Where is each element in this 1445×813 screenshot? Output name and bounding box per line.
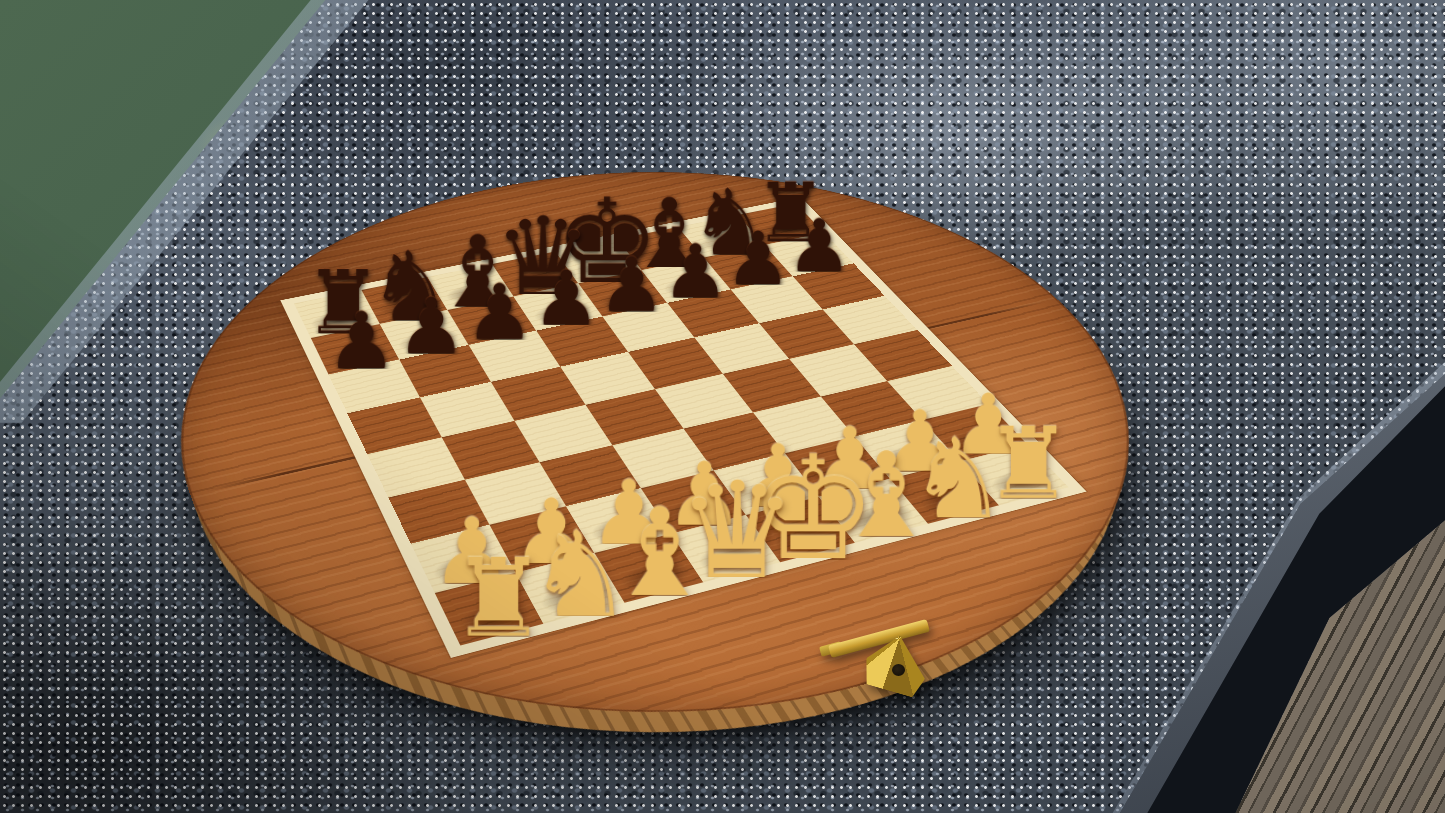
board-rim: ♜♞♝♛♚♝♞♜♟♟♟♟♟♟♟♟♟♟♟♟♟♟♟♟♜♞♝♛♚♝♞♜ bbox=[108, 119, 1333, 813]
board-border: ♜♞♝♛♚♝♞♜♟♟♟♟♟♟♟♟♟♟♟♟♟♟♟♟♜♞♝♛♚♝♞♜ bbox=[280, 197, 1086, 658]
latch-hole-icon bbox=[892, 664, 905, 676]
board-grid: ♜♞♝♛♚♝♞♜♟♟♟♟♟♟♟♟♟♟♟♟♟♟♟♟♜♞♝♛♚♝♞♜ bbox=[294, 203, 1068, 645]
chess-board: ♜♞♝♛♚♝♞♜♟♟♟♟♟♟♟♟♟♟♟♟♟♟♟♟♜♞♝♛♚♝♞♜ bbox=[108, 119, 1333, 813]
brass-latch[interactable] bbox=[826, 602, 956, 702]
photo-scene: ♜♞♝♛♚♝♞♜♟♟♟♟♟♟♟♟♟♟♟♟♟♟♟♟♜♞♝♛♚♝♞♜ bbox=[0, 0, 1445, 813]
square-a1[interactable]: ♜ bbox=[435, 573, 544, 646]
board-perspective-scene: ♜♞♝♛♚♝♞♜♟♟♟♟♟♟♟♟♟♟♟♟♟♟♟♟♜♞♝♛♚♝♞♜ bbox=[0, 0, 1445, 813]
